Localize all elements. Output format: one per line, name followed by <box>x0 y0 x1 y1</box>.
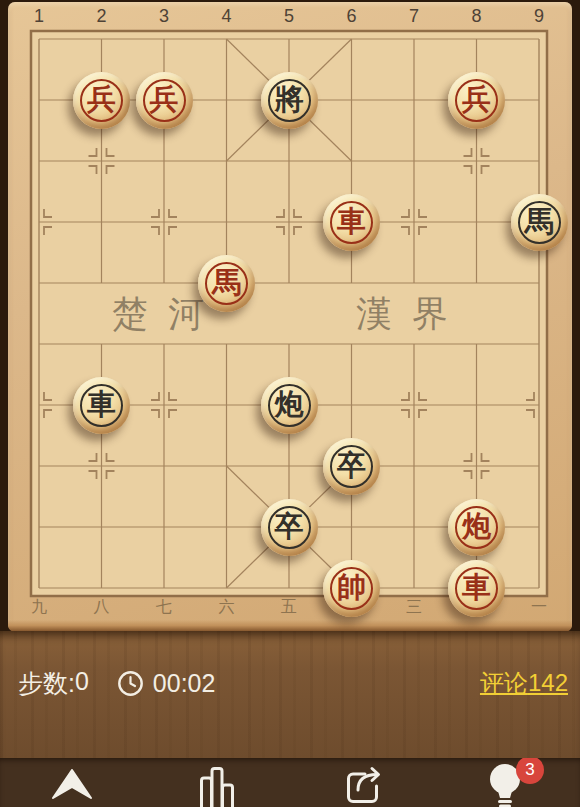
piece-black-soldier[interactable]: 卒 <box>261 499 318 556</box>
statistics-button[interactable] <box>145 758 290 807</box>
piece-glyph: 卒 <box>330 445 373 488</box>
comments-label: 评论 <box>480 669 528 696</box>
piece-glyph: 兵 <box>455 79 498 122</box>
comments-count: 142 <box>528 669 568 696</box>
comments-link[interactable]: 评论142 <box>480 667 568 699</box>
piece-glyph: 車 <box>80 384 123 427</box>
piece-glyph: 馬 <box>518 201 561 244</box>
expand-up-button[interactable] <box>0 758 145 807</box>
piece-black-soldier[interactable]: 卒 <box>323 438 380 495</box>
piece-red-horse[interactable]: 馬 <box>198 255 255 312</box>
piece-red-soldier[interactable]: 兵 <box>73 72 130 129</box>
xiangqi-app-screen: 楚河 漢界 123456789 九八七六五四三二一 兵兵將兵車馬馬車炮卒卒炮帥車… <box>0 0 580 807</box>
piece-glyph: 將 <box>268 79 311 122</box>
move-counter-value: 0 <box>75 667 89 700</box>
piece-glyph: 炮 <box>455 506 498 549</box>
piece-black-horse[interactable]: 馬 <box>511 194 568 251</box>
piece-glyph: 卒 <box>268 506 311 549</box>
piece-red-chariot[interactable]: 車 <box>448 560 505 617</box>
piece-black-chariot[interactable]: 車 <box>73 377 130 434</box>
piece-red-soldier[interactable]: 兵 <box>136 72 193 129</box>
timer: 00:02 <box>153 669 216 698</box>
status-bar: 步数:0 00:02 评论142 <box>0 631 580 758</box>
piece-grid: 兵兵將兵車馬馬車炮卒卒炮帥車 <box>8 9 571 619</box>
piece-red-soldier[interactable]: 兵 <box>448 72 505 129</box>
piece-glyph: 帥 <box>330 567 373 610</box>
up-arrow-icon <box>52 769 92 799</box>
piece-red-chariot[interactable]: 車 <box>323 194 380 251</box>
clock-icon <box>117 670 144 697</box>
piece-glyph: 炮 <box>268 384 311 427</box>
piece-glyph: 兵 <box>143 79 186 122</box>
piece-black-general[interactable]: 將 <box>261 72 318 129</box>
piece-glyph: 馬 <box>205 262 248 305</box>
piece-glyph: 車 <box>330 201 373 244</box>
hint-button[interactable]: 3 <box>435 758 580 807</box>
bar-chart-icon <box>200 767 234 807</box>
piece-black-cannon[interactable]: 炮 <box>261 377 318 434</box>
bottom-nav: 3 <box>0 758 580 807</box>
share-button[interactable] <box>290 758 435 807</box>
piece-red-general[interactable]: 帥 <box>323 560 380 617</box>
piece-glyph: 兵 <box>80 79 123 122</box>
hint-badge: 3 <box>516 758 544 784</box>
piece-glyph: 車 <box>455 567 498 610</box>
share-icon <box>343 766 385 806</box>
piece-red-cannon[interactable]: 炮 <box>448 499 505 556</box>
move-counter-label: 步数: <box>18 667 75 700</box>
move-counter: 步数:0 <box>18 667 89 700</box>
